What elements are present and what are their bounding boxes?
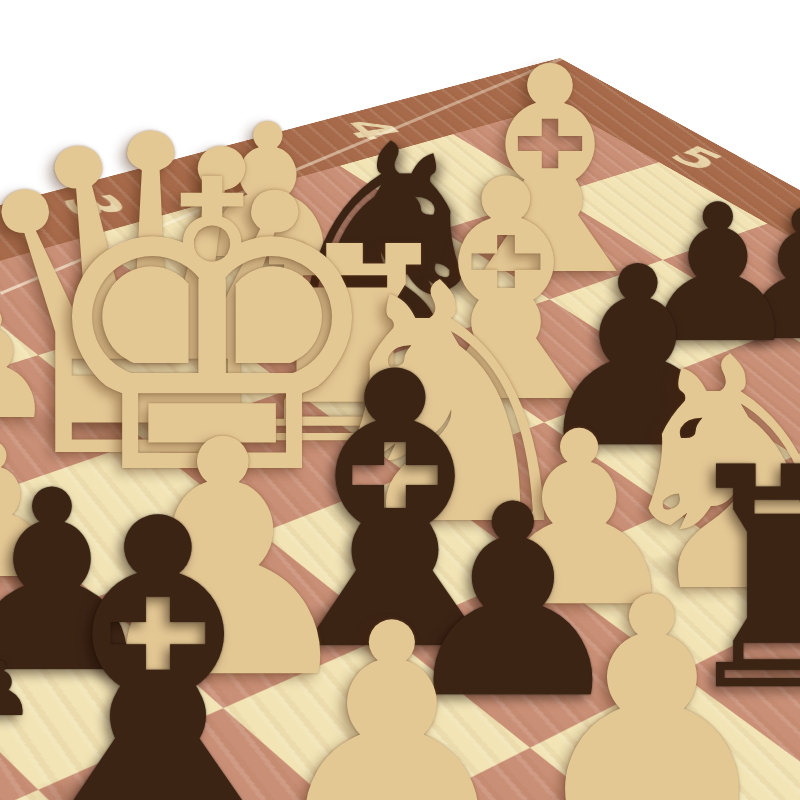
- chess-board: 345: [0, 58, 800, 800]
- chess-set-photo: 345 ♟♝♟♞♟♝♟♜♛♟♚♞♟♞♟♝♟♟♜♟♟♟♝♟: [0, 0, 800, 800]
